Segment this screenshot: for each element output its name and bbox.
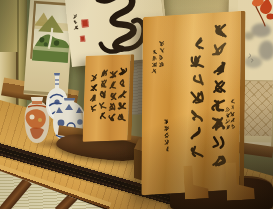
red-seal-stamp [81, 19, 89, 28]
alcove-photo [0, 0, 273, 209]
red-seal-stamp-small [80, 35, 86, 41]
small-plaque-calligraphy [85, 57, 131, 139]
scroll-brocade-mount [30, 1, 70, 61]
small-calligraphy-plaque [83, 54, 135, 142]
